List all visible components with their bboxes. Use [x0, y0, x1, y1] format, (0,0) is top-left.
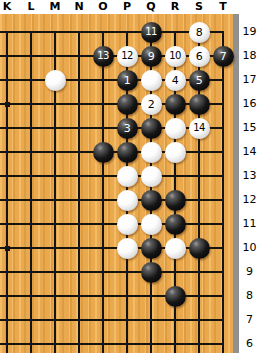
row-label-10: 10: [239, 241, 260, 255]
stone-S17[interactable]: 5: [189, 70, 210, 91]
row-label-19: 19: [239, 25, 260, 39]
col-label-N: N: [71, 0, 87, 14]
stone-S18[interactable]: 6: [189, 46, 210, 67]
move-number: 3: [124, 123, 131, 134]
star-point-K16: [5, 102, 10, 107]
grid-line-row-8: [0, 295, 224, 297]
stone-Q13[interactable]: [141, 166, 162, 187]
stone-O14[interactable]: [93, 142, 114, 163]
row-label-17: 17: [239, 73, 260, 87]
stone-Q18[interactable]: 9: [141, 46, 162, 67]
move-number: 8: [196, 27, 203, 38]
stone-P11[interactable]: [117, 214, 138, 235]
move-number: 6: [196, 51, 203, 62]
stone-R17[interactable]: 4: [165, 70, 186, 91]
stone-P13[interactable]: [117, 166, 138, 187]
stone-S19[interactable]: 8: [189, 22, 210, 43]
row-label-16: 16: [239, 97, 260, 111]
stone-R14[interactable]: [165, 142, 186, 163]
row-label-7: 7: [239, 313, 260, 327]
stone-R11[interactable]: [165, 214, 186, 235]
stone-P10[interactable]: [117, 238, 138, 259]
star-point-K10: [5, 246, 10, 251]
col-label-T: T: [215, 0, 231, 14]
col-label-R: R: [167, 0, 183, 14]
move-number: 5: [196, 75, 203, 86]
grid-line-row-6: [0, 343, 224, 345]
move-number: 10: [169, 51, 181, 61]
stone-P16[interactable]: [117, 94, 138, 115]
stone-R18[interactable]: 10: [165, 46, 186, 67]
row-label-9: 9: [239, 265, 260, 279]
stone-R10[interactable]: [165, 238, 186, 259]
grid-line-row-11: [0, 223, 224, 225]
stone-P17[interactable]: 1: [117, 70, 138, 91]
move-number: 2: [148, 99, 155, 110]
stone-Q14[interactable]: [141, 142, 162, 163]
col-label-S: S: [191, 0, 207, 14]
grid-line-row-9: [0, 271, 224, 273]
grid-line-row-7: [0, 319, 224, 321]
stone-O18[interactable]: 13: [93, 46, 114, 67]
stone-S16[interactable]: [189, 94, 210, 115]
go-diagram: KLMNOPQRST191817161514131211109876118131…: [0, 0, 260, 353]
stone-Q11[interactable]: [141, 214, 162, 235]
stone-Q12[interactable]: [141, 190, 162, 211]
stone-M17[interactable]: [45, 70, 66, 91]
row-label-18: 18: [239, 49, 260, 63]
stone-P18[interactable]: 12: [117, 46, 138, 67]
move-number: 9: [148, 51, 155, 62]
stone-S15[interactable]: 14: [189, 118, 210, 139]
stone-Q19[interactable]: 11: [141, 22, 162, 43]
row-label-14: 14: [239, 145, 260, 159]
move-number: 4: [172, 75, 179, 86]
move-number: 13: [97, 51, 109, 61]
col-label-O: O: [95, 0, 111, 14]
stone-S10[interactable]: [189, 238, 210, 259]
stone-R16[interactable]: [165, 94, 186, 115]
col-label-L: L: [23, 0, 39, 14]
row-label-6: 6: [239, 337, 260, 351]
col-label-Q: Q: [143, 0, 159, 14]
stone-Q10[interactable]: [141, 238, 162, 259]
move-number: 7: [220, 51, 227, 62]
row-label-13: 13: [239, 169, 260, 183]
move-number: 1: [124, 75, 131, 86]
col-label-P: P: [119, 0, 135, 14]
stone-P15[interactable]: 3: [117, 118, 138, 139]
col-label-M: M: [47, 0, 63, 14]
row-label-8: 8: [239, 289, 260, 303]
row-label-11: 11: [239, 217, 260, 231]
move-number: 14: [193, 123, 205, 133]
stone-T18[interactable]: 7: [213, 46, 234, 67]
stone-R12[interactable]: [165, 190, 186, 211]
stone-R8[interactable]: [165, 286, 186, 307]
stone-P14[interactable]: [117, 142, 138, 163]
move-number: 11: [145, 27, 157, 37]
row-label-15: 15: [239, 121, 260, 135]
row-label-12: 12: [239, 193, 260, 207]
board-overlay: KLMNOPQRST191817161514131211109876118131…: [0, 0, 260, 353]
stone-Q17[interactable]: [141, 70, 162, 91]
stone-R15[interactable]: [165, 118, 186, 139]
stone-Q9[interactable]: [141, 262, 162, 283]
col-label-K: K: [0, 0, 15, 14]
grid-line-row-12: [0, 199, 224, 201]
stone-Q15[interactable]: [141, 118, 162, 139]
grid-line-row-13: [0, 175, 224, 177]
stone-Q16[interactable]: 2: [141, 94, 162, 115]
stone-P12[interactable]: [117, 190, 138, 211]
move-number: 12: [121, 51, 133, 61]
